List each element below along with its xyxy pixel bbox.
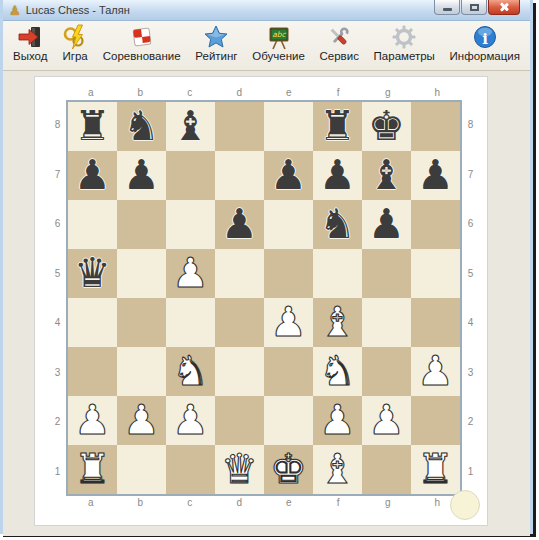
file-label: e: [264, 86, 314, 100]
toolbar-button-training[interactable]: abc Обучение: [246, 21, 311, 70]
square-a1[interactable]: ♜: [68, 445, 117, 494]
square-d1[interactable]: ♛: [215, 445, 264, 494]
square-h6[interactable]: [411, 200, 460, 249]
file-labels-top: abcdefgh: [66, 86, 462, 100]
file-label: c: [165, 86, 215, 100]
square-f8[interactable]: ♜: [313, 102, 362, 151]
black-pawn: ♟: [319, 151, 356, 200]
white-rook: ♜: [74, 445, 111, 494]
close-icon: [499, 2, 509, 12]
game-lightning-icon: [62, 23, 88, 50]
white-knight: ♞: [172, 347, 209, 396]
title-bar[interactable]: ♟ Lucas Chess - Талян: [3, 0, 530, 21]
service-tools-icon: [326, 23, 352, 50]
black-pawn: ♟: [221, 200, 258, 249]
square-b6[interactable]: [117, 200, 166, 249]
square-f3[interactable]: ♞: [313, 347, 362, 396]
square-d8[interactable]: [215, 102, 264, 151]
white-knight: ♞: [319, 347, 356, 396]
white-pawn: ♟: [172, 396, 209, 445]
toolbar-button-competition[interactable]: Соревнование: [97, 21, 187, 70]
black-bishop: ♝: [172, 102, 209, 151]
square-g6[interactable]: ♟: [362, 200, 411, 249]
black-rook: ♜: [319, 102, 356, 151]
square-g7[interactable]: ♝: [362, 151, 411, 200]
toolbar-button-information[interactable]: i Информация: [444, 21, 526, 70]
rank-label: 7: [462, 150, 479, 200]
white-pawn: ♟: [319, 396, 356, 445]
competition-checkered-icon: [129, 23, 155, 50]
toolbar-button-label: Игра: [62, 50, 87, 62]
rank-label: 2: [462, 397, 479, 447]
square-h2[interactable]: [411, 396, 460, 445]
white-queen: ♛: [221, 445, 258, 494]
white-pawn: ♟: [270, 298, 307, 347]
square-d4[interactable]: [215, 298, 264, 347]
square-c8[interactable]: ♝: [166, 102, 215, 151]
square-e7[interactable]: ♟: [264, 151, 313, 200]
black-pawn: ♟: [74, 151, 111, 200]
white-pawn: ♟: [123, 396, 160, 445]
square-c3[interactable]: ♞: [166, 347, 215, 396]
rank-label: 7: [49, 150, 66, 200]
black-bishop: ♝: [368, 151, 405, 200]
file-label: g: [363, 86, 413, 100]
rank-label: 8: [49, 100, 66, 150]
square-a7[interactable]: ♟: [68, 151, 117, 200]
black-pawn: ♟: [368, 200, 405, 249]
square-b5[interactable]: [117, 249, 166, 298]
square-g2[interactable]: ♟: [362, 396, 411, 445]
square-c4[interactable]: [166, 298, 215, 347]
minimize-icon: [443, 8, 452, 11]
file-label: b: [116, 86, 166, 100]
file-label: h: [413, 86, 463, 100]
square-d7[interactable]: [215, 151, 264, 200]
rank-labels-right: 87654321: [462, 100, 479, 496]
window-controls: [433, 0, 520, 15]
square-b8[interactable]: ♞: [117, 102, 166, 151]
square-h5[interactable]: [411, 249, 460, 298]
white-king: ♚: [270, 445, 307, 494]
square-b3[interactable]: [117, 347, 166, 396]
square-c6[interactable]: [166, 200, 215, 249]
black-pawn: ♟: [417, 151, 454, 200]
white-bishop: ♝: [319, 298, 356, 347]
rank-label: 6: [49, 199, 66, 249]
toolbar-button-label: Выход: [13, 50, 47, 62]
square-c5[interactable]: ♟: [166, 249, 215, 298]
square-h3[interactable]: ♟: [411, 347, 460, 396]
file-label: e: [264, 496, 314, 510]
minimize-button[interactable]: [434, 0, 460, 15]
square-d3[interactable]: [215, 347, 264, 396]
file-label: a: [66, 86, 116, 100]
square-b2[interactable]: ♟: [117, 396, 166, 445]
white-bishop: ♝: [319, 445, 356, 494]
board-panel: abcdefgh 87654321 ♜♞♝♜♚♟♟♟♟♝♟♟♞♟♛♟♟♝♞♞♟♟…: [34, 76, 488, 526]
svg-text:abc: abc: [272, 30, 286, 39]
white-pawn: ♟: [368, 396, 405, 445]
white-pawn: ♟: [172, 249, 209, 298]
svg-text:i: i: [482, 29, 488, 47]
toolbar: Выход Игра: [3, 21, 530, 71]
chess-board: ♜♞♝♜♚♟♟♟♟♝♟♟♞♟♛♟♟♝♞♞♟♟♟♟♟♟♜♛♚♝♜: [66, 100, 462, 496]
square-g4[interactable]: [362, 298, 411, 347]
exit-door-icon: [17, 23, 43, 50]
square-c2[interactable]: ♟: [166, 396, 215, 445]
maximize-icon: [470, 4, 479, 11]
toolbar-button-service[interactable]: Сервис: [314, 21, 365, 70]
toolbar-button-label: Соревнование: [103, 50, 181, 62]
square-e2[interactable]: [264, 396, 313, 445]
black-knight: ♞: [123, 102, 160, 151]
square-c7[interactable]: [166, 151, 215, 200]
toolbar-button-label: Сервис: [320, 50, 359, 62]
turn-indicator: [450, 490, 480, 520]
square-g1[interactable]: [362, 445, 411, 494]
square-g3[interactable]: [362, 347, 411, 396]
file-label: d: [215, 86, 265, 100]
rank-label: 8: [462, 100, 479, 150]
parameters-gear-icon: [391, 23, 417, 50]
file-label: a: [66, 496, 116, 510]
toolbar-button-label: Рейтинг: [195, 50, 237, 62]
board-area: abcdefgh 87654321 ♜♞♝♜♚♟♟♟♟♝♟♟♞♟♛♟♟♝♞♞♟♟…: [49, 86, 487, 510]
square-h7[interactable]: ♟: [411, 151, 460, 200]
white-rook: ♜: [417, 445, 454, 494]
rank-label: 3: [49, 348, 66, 398]
rank-label: 6: [462, 199, 479, 249]
square-d2[interactable]: [215, 396, 264, 445]
square-g8[interactable]: ♚: [362, 102, 411, 151]
square-e6[interactable]: [264, 200, 313, 249]
file-label: b: [116, 496, 166, 510]
square-h4[interactable]: [411, 298, 460, 347]
client-area: abcdefgh 87654321 ♜♞♝♜♚♟♟♟♟♝♟♟♞♟♛♟♟♝♞♞♟♟…: [3, 71, 530, 536]
rank-label: 1: [462, 447, 479, 497]
square-d6[interactable]: ♟: [215, 200, 264, 249]
window-title: Lucas Chess - Талян: [26, 4, 130, 16]
rank-label: 2: [49, 397, 66, 447]
square-e3[interactable]: [264, 347, 313, 396]
file-label: f: [314, 496, 364, 510]
square-f1[interactable]: ♝: [313, 445, 362, 494]
square-a3[interactable]: [68, 347, 117, 396]
file-label: f: [314, 86, 364, 100]
square-e4[interactable]: ♟: [264, 298, 313, 347]
rank-label: 5: [49, 249, 66, 299]
square-c1[interactable]: [166, 445, 215, 494]
close-button[interactable]: [488, 0, 520, 15]
black-rook: ♜: [74, 102, 111, 151]
file-label: c: [165, 496, 215, 510]
white-pawn: ♟: [74, 396, 111, 445]
app-window: ♟ Lucas Chess - Талян Выход: [0, 0, 533, 534]
square-f4[interactable]: ♝: [313, 298, 362, 347]
square-e1[interactable]: ♚: [264, 445, 313, 494]
square-a5[interactable]: ♛: [68, 249, 117, 298]
desktop: ♟ Lucas Chess - Талян Выход: [0, 0, 539, 540]
square-b7[interactable]: ♟: [117, 151, 166, 200]
square-a8[interactable]: ♜: [68, 102, 117, 151]
toolbar-button-rating[interactable]: Рейтинг: [189, 21, 243, 70]
square-h8[interactable]: [411, 102, 460, 151]
square-e8[interactable]: [264, 102, 313, 151]
black-knight: ♞: [319, 200, 356, 249]
white-pawn: ♟: [417, 347, 454, 396]
rank-label: 5: [462, 249, 479, 299]
black-king: ♚: [368, 102, 405, 151]
rank-label: 4: [49, 298, 66, 348]
toolbar-button-label: Информация: [450, 50, 520, 62]
square-e5[interactable]: [264, 249, 313, 298]
file-label: g: [363, 496, 413, 510]
square-f6[interactable]: ♞: [313, 200, 362, 249]
toolbar-button-label: Параметры: [374, 50, 435, 62]
square-f5[interactable]: [313, 249, 362, 298]
rank-label: 1: [49, 447, 66, 497]
rating-star-icon: [203, 23, 229, 50]
toolbar-button-parameters[interactable]: Параметры: [368, 21, 441, 70]
square-h1[interactable]: ♜: [411, 445, 460, 494]
maximize-button[interactable]: [461, 0, 487, 15]
square-f2[interactable]: ♟: [313, 396, 362, 445]
toolbar-button-exit[interactable]: Выход: [7, 21, 53, 70]
training-chalkboard-icon: abc: [266, 23, 292, 50]
square-f7[interactable]: ♟: [313, 151, 362, 200]
app-chess-icon: ♟: [9, 4, 21, 17]
black-pawn: ♟: [270, 151, 307, 200]
rank-label: 3: [462, 348, 479, 398]
file-label: d: [215, 496, 265, 510]
square-d5[interactable]: [215, 249, 264, 298]
black-queen: ♛: [74, 249, 111, 298]
square-a4[interactable]: [68, 298, 117, 347]
toolbar-button-game[interactable]: Игра: [56, 21, 94, 70]
square-a6[interactable]: [68, 200, 117, 249]
black-pawn: ♟: [123, 151, 160, 200]
information-icon: i: [472, 23, 498, 50]
file-labels-bottom: abcdefgh: [66, 496, 462, 510]
square-a2[interactable]: ♟: [68, 396, 117, 445]
rank-labels-left: 87654321: [49, 100, 66, 496]
rank-label: 4: [462, 298, 479, 348]
square-b1[interactable]: [117, 445, 166, 494]
toolbar-button-label: Обучение: [252, 50, 305, 62]
square-b4[interactable]: [117, 298, 166, 347]
square-g5[interactable]: [362, 249, 411, 298]
